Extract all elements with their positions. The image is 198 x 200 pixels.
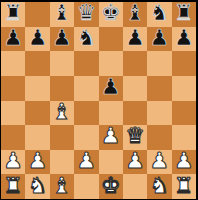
- square-d4[interactable]: [74, 101, 98, 126]
- piece-white-rook[interactable]: ♜: [3, 175, 23, 197]
- square-g4[interactable]: [147, 101, 171, 126]
- piece-white-bishop[interactable]: ♝: [52, 101, 72, 123]
- square-f4[interactable]: [123, 101, 147, 126]
- piece-white-pawn[interactable]: ♟: [76, 150, 96, 172]
- piece-black-pawn[interactable]: ♟: [52, 27, 72, 49]
- square-g3[interactable]: [147, 125, 171, 150]
- piece-black-pawn[interactable]: ♟: [101, 76, 121, 98]
- chess-app-window: ♜♝♛♚♝♞♜♟♟♟♞♟♟♟♟♝♟♛♟♟♟♟♟♟♜♞♝♚♞♜: [0, 0, 198, 200]
- square-a6[interactable]: [1, 51, 25, 76]
- square-g2[interactable]: ♟: [147, 150, 171, 175]
- piece-black-pawn[interactable]: ♟: [150, 27, 170, 49]
- piece-black-bishop[interactable]: ♝: [52, 2, 72, 24]
- square-a1[interactable]: ♜: [1, 174, 25, 199]
- piece-black-rook[interactable]: ♜: [3, 2, 23, 24]
- piece-black-queen[interactable]: ♛: [76, 2, 96, 24]
- square-c6[interactable]: [50, 51, 74, 76]
- piece-black-rook[interactable]: ♜: [174, 2, 194, 24]
- piece-white-bishop[interactable]: ♝: [52, 175, 72, 197]
- piece-white-pawn[interactable]: ♟: [150, 150, 170, 172]
- square-f6[interactable]: [123, 51, 147, 76]
- square-h8[interactable]: ♜: [172, 2, 196, 27]
- square-c1[interactable]: ♝: [50, 174, 74, 199]
- piece-white-pawn[interactable]: ♟: [125, 150, 145, 172]
- square-d5[interactable]: [74, 76, 98, 101]
- square-b7[interactable]: ♟: [25, 27, 49, 52]
- square-a2[interactable]: ♟: [1, 150, 25, 175]
- square-a7[interactable]: ♟: [1, 27, 25, 52]
- square-b4[interactable]: [25, 101, 49, 126]
- square-d6[interactable]: [74, 51, 98, 76]
- square-f5[interactable]: [123, 76, 147, 101]
- square-d3[interactable]: [74, 125, 98, 150]
- square-h3[interactable]: [172, 125, 196, 150]
- piece-white-king[interactable]: ♚: [101, 175, 121, 197]
- piece-black-knight[interactable]: ♞: [150, 2, 170, 24]
- piece-white-pawn[interactable]: ♟: [174, 150, 194, 172]
- square-f7[interactable]: ♟: [123, 27, 147, 52]
- square-a3[interactable]: [1, 125, 25, 150]
- square-e3[interactable]: ♟: [99, 125, 123, 150]
- square-b1[interactable]: ♞: [25, 174, 49, 199]
- square-e2[interactable]: [99, 150, 123, 175]
- square-h5[interactable]: [172, 76, 196, 101]
- square-c7[interactable]: ♟: [50, 27, 74, 52]
- square-c5[interactable]: [50, 76, 74, 101]
- square-e1[interactable]: ♚: [99, 174, 123, 199]
- piece-black-pawn[interactable]: ♟: [28, 27, 48, 49]
- square-b8[interactable]: [25, 2, 49, 27]
- piece-white-pawn[interactable]: ♟: [101, 125, 121, 147]
- square-g1[interactable]: ♞: [147, 174, 171, 199]
- chess-board: ♜♝♛♚♝♞♜♟♟♟♞♟♟♟♟♝♟♛♟♟♟♟♟♟♜♞♝♚♞♜: [1, 2, 196, 199]
- square-f2[interactable]: ♟: [123, 150, 147, 175]
- square-g6[interactable]: [147, 51, 171, 76]
- square-f1[interactable]: [123, 174, 147, 199]
- square-d2[interactable]: ♟: [74, 150, 98, 175]
- square-e5[interactable]: ♟: [99, 76, 123, 101]
- square-h7[interactable]: ♟: [172, 27, 196, 52]
- square-h6[interactable]: [172, 51, 196, 76]
- square-d8[interactable]: ♛: [74, 2, 98, 27]
- piece-black-pawn[interactable]: ♟: [3, 27, 23, 49]
- piece-black-king[interactable]: ♚: [101, 2, 121, 24]
- square-e8[interactable]: ♚: [99, 2, 123, 27]
- square-a8[interactable]: ♜: [1, 2, 25, 27]
- piece-white-knight[interactable]: ♞: [28, 175, 48, 197]
- square-f8[interactable]: ♝: [123, 2, 147, 27]
- piece-black-knight[interactable]: ♞: [76, 27, 96, 49]
- square-b5[interactable]: [25, 76, 49, 101]
- square-d7[interactable]: ♞: [74, 27, 98, 52]
- piece-white-knight[interactable]: ♞: [150, 175, 170, 197]
- piece-black-pawn[interactable]: ♟: [125, 27, 145, 49]
- square-g7[interactable]: ♟: [147, 27, 171, 52]
- square-c3[interactable]: [50, 125, 74, 150]
- piece-white-rook[interactable]: ♜: [174, 175, 194, 197]
- square-f3[interactable]: ♛: [123, 125, 147, 150]
- square-e4[interactable]: [99, 101, 123, 126]
- square-b2[interactable]: ♟: [25, 150, 49, 175]
- square-e7[interactable]: [99, 27, 123, 52]
- square-d1[interactable]: [74, 174, 98, 199]
- square-a4[interactable]: [1, 101, 25, 126]
- piece-black-pawn[interactable]: ♟: [174, 27, 194, 49]
- piece-white-queen[interactable]: ♛: [125, 125, 145, 147]
- piece-white-pawn[interactable]: ♟: [3, 150, 23, 172]
- square-a5[interactable]: [1, 76, 25, 101]
- square-e6[interactable]: [99, 51, 123, 76]
- square-c8[interactable]: ♝: [50, 2, 74, 27]
- piece-black-bishop[interactable]: ♝: [125, 2, 145, 24]
- square-b3[interactable]: [25, 125, 49, 150]
- square-g5[interactable]: [147, 76, 171, 101]
- square-h1[interactable]: ♜: [172, 174, 196, 199]
- square-c4[interactable]: ♝: [50, 101, 74, 126]
- square-h2[interactable]: ♟: [172, 150, 196, 175]
- square-c2[interactable]: [50, 150, 74, 175]
- square-h4[interactable]: [172, 101, 196, 126]
- square-g8[interactable]: ♞: [147, 2, 171, 27]
- piece-white-pawn[interactable]: ♟: [28, 150, 48, 172]
- square-b6[interactable]: [25, 51, 49, 76]
